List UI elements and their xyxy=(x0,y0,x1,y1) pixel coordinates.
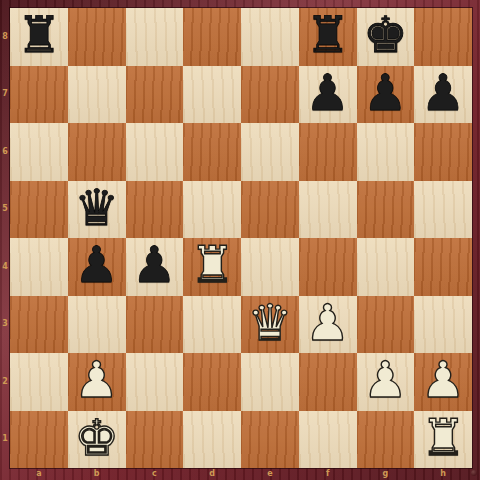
black-pawn[interactable]: ♟ xyxy=(305,66,350,122)
white-rook[interactable]: ♜ xyxy=(421,411,466,467)
square-f4[interactable] xyxy=(299,238,357,296)
square-h7[interactable]: ♟ xyxy=(414,66,472,124)
black-rook[interactable]: ♜ xyxy=(16,8,61,64)
square-f5[interactable] xyxy=(299,181,357,239)
square-d4[interactable]: ♜ xyxy=(183,238,241,296)
square-b6[interactable] xyxy=(68,123,126,181)
rank-label-2: 2 xyxy=(0,353,10,411)
square-c1[interactable] xyxy=(126,411,184,469)
square-c4[interactable]: ♟ xyxy=(126,238,184,296)
square-g8[interactable]: ♚ xyxy=(357,8,415,66)
square-d6[interactable] xyxy=(183,123,241,181)
white-pawn[interactable]: ♟ xyxy=(305,296,350,352)
square-b1[interactable]: ♚ xyxy=(68,411,126,469)
square-c6[interactable] xyxy=(126,123,184,181)
rank-label-3: 3 xyxy=(0,296,10,354)
square-e1[interactable] xyxy=(241,411,299,469)
square-c3[interactable] xyxy=(126,296,184,354)
square-e7[interactable] xyxy=(241,66,299,124)
square-h6[interactable] xyxy=(414,123,472,181)
black-rook[interactable]: ♜ xyxy=(305,8,350,64)
square-c5[interactable] xyxy=(126,181,184,239)
square-d1[interactable] xyxy=(183,411,241,469)
square-a4[interactable] xyxy=(10,238,68,296)
file-label-h: h xyxy=(414,468,472,480)
square-d5[interactable] xyxy=(183,181,241,239)
square-f1[interactable] xyxy=(299,411,357,469)
square-g2[interactable]: ♟ xyxy=(357,353,415,411)
corner-pin-decoration xyxy=(471,470,477,476)
square-g1[interactable] xyxy=(357,411,415,469)
square-e5[interactable] xyxy=(241,181,299,239)
square-g6[interactable] xyxy=(357,123,415,181)
square-a6[interactable] xyxy=(10,123,68,181)
square-c2[interactable] xyxy=(126,353,184,411)
square-h1[interactable]: ♜ xyxy=(414,411,472,469)
square-h4[interactable] xyxy=(414,238,472,296)
white-rook[interactable]: ♜ xyxy=(190,238,235,294)
file-labels: abcdefgh xyxy=(10,468,472,480)
square-a1[interactable] xyxy=(10,411,68,469)
square-d2[interactable] xyxy=(183,353,241,411)
square-d7[interactable] xyxy=(183,66,241,124)
file-label-e: e xyxy=(241,468,299,480)
rank-label-4: 4 xyxy=(0,238,10,296)
black-pawn[interactable]: ♟ xyxy=(363,66,408,122)
file-label-d: d xyxy=(183,468,241,480)
square-b5[interactable]: ♛ xyxy=(68,181,126,239)
square-b7[interactable] xyxy=(68,66,126,124)
rank-label-7: 7 xyxy=(0,66,10,124)
square-b4[interactable]: ♟ xyxy=(68,238,126,296)
square-c7[interactable] xyxy=(126,66,184,124)
square-e8[interactable] xyxy=(241,8,299,66)
square-f6[interactable] xyxy=(299,123,357,181)
square-g3[interactable] xyxy=(357,296,415,354)
square-g7[interactable]: ♟ xyxy=(357,66,415,124)
square-c8[interactable] xyxy=(126,8,184,66)
board-frame: 87654321 ♜♜♚♟♟♟♛♟♟♜♛♟♟♟♟♚♜ abcdefgh xyxy=(0,0,480,480)
file-label-c: c xyxy=(126,468,184,480)
square-d3[interactable] xyxy=(183,296,241,354)
square-e4[interactable] xyxy=(241,238,299,296)
white-pawn[interactable]: ♟ xyxy=(363,353,408,409)
rank-label-1: 1 xyxy=(0,411,10,469)
file-label-g: g xyxy=(357,468,415,480)
square-g4[interactable] xyxy=(357,238,415,296)
square-a5[interactable] xyxy=(10,181,68,239)
square-d8[interactable] xyxy=(183,8,241,66)
rank-label-8: 8 xyxy=(0,8,10,66)
white-king[interactable]: ♚ xyxy=(74,411,119,467)
square-g5[interactable] xyxy=(357,181,415,239)
square-a3[interactable] xyxy=(10,296,68,354)
white-pawn[interactable]: ♟ xyxy=(74,353,119,409)
square-h2[interactable]: ♟ xyxy=(414,353,472,411)
square-f2[interactable] xyxy=(299,353,357,411)
file-label-a: a xyxy=(10,468,68,480)
chess-board: ♜♜♚♟♟♟♛♟♟♜♛♟♟♟♟♚♜ xyxy=(10,8,472,468)
square-b3[interactable] xyxy=(68,296,126,354)
black-pawn[interactable]: ♟ xyxy=(74,238,119,294)
square-a8[interactable]: ♜ xyxy=(10,8,68,66)
square-h5[interactable] xyxy=(414,181,472,239)
square-e6[interactable] xyxy=(241,123,299,181)
rank-label-6: 6 xyxy=(0,123,10,181)
black-queen[interactable]: ♛ xyxy=(74,181,119,237)
white-queen[interactable]: ♛ xyxy=(247,296,292,352)
white-pawn[interactable]: ♟ xyxy=(421,353,466,409)
square-a2[interactable] xyxy=(10,353,68,411)
square-f8[interactable]: ♜ xyxy=(299,8,357,66)
square-e3[interactable]: ♛ xyxy=(241,296,299,354)
square-h8[interactable] xyxy=(414,8,472,66)
black-pawn[interactable]: ♟ xyxy=(421,66,466,122)
file-label-f: f xyxy=(299,468,357,480)
square-a7[interactable] xyxy=(10,66,68,124)
file-label-b: b xyxy=(68,468,126,480)
square-b2[interactable]: ♟ xyxy=(68,353,126,411)
black-king[interactable]: ♚ xyxy=(363,8,408,64)
square-b8[interactable] xyxy=(68,8,126,66)
black-pawn[interactable]: ♟ xyxy=(132,238,177,294)
square-h3[interactable] xyxy=(414,296,472,354)
square-e2[interactable] xyxy=(241,353,299,411)
square-f7[interactable]: ♟ xyxy=(299,66,357,124)
rank-label-5: 5 xyxy=(0,181,10,239)
rank-labels: 87654321 xyxy=(0,8,10,468)
square-f3[interactable]: ♟ xyxy=(299,296,357,354)
